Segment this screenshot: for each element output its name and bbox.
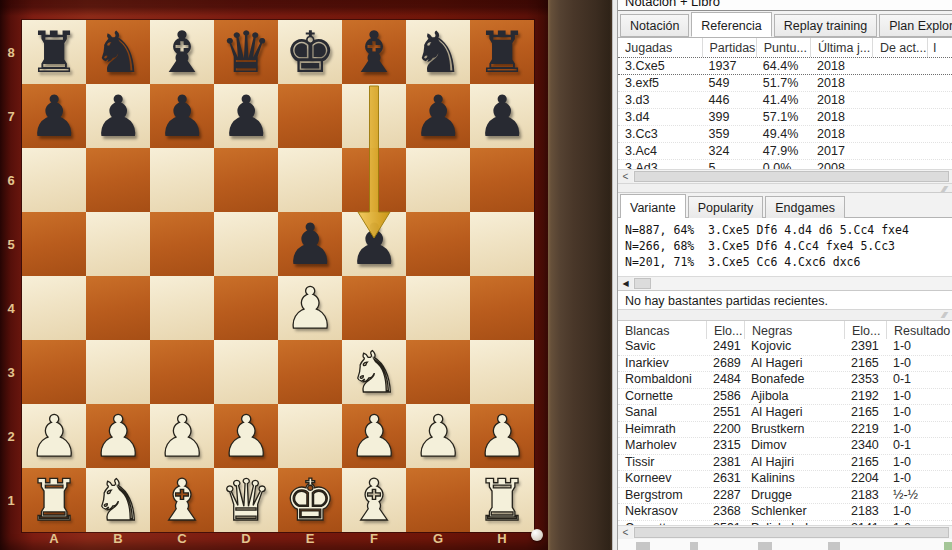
square-h1[interactable]: ♜ xyxy=(470,468,534,532)
score-cell: 41.4% xyxy=(756,92,810,108)
white-elo: 2200 xyxy=(706,422,744,438)
white-elo: 2381 xyxy=(706,455,744,471)
subtab-popularity[interactable]: Popularity xyxy=(688,196,764,218)
square-b1[interactable]: ♞ xyxy=(86,468,150,532)
black-queen[interactable]: ♛ xyxy=(220,20,271,84)
square-h8[interactable]: ♜ xyxy=(470,20,534,84)
black-player: Bonafede xyxy=(744,372,844,388)
result: 1-0 xyxy=(886,471,952,487)
black-elo: 2353 xyxy=(844,372,886,388)
games-table-row[interactable]: Sanal2551Al Hageri21651-0 xyxy=(618,405,952,422)
result: 0-1 xyxy=(886,438,952,454)
reference-panel: Notación + Libro NotaciónReferenciaRepla… xyxy=(618,0,952,550)
column-header[interactable]: Blancas xyxy=(618,321,706,339)
file-label: B xyxy=(86,530,150,550)
side-to-move-indicator xyxy=(531,529,543,541)
square-g8[interactable]: ♞ xyxy=(406,20,470,84)
white-player: Heimrath xyxy=(618,422,706,438)
square-c1[interactable]: ♝ xyxy=(150,468,214,532)
panel-title-text: Notación + Libro xyxy=(625,0,720,9)
recency-cell xyxy=(872,126,927,142)
move-cell: 3.exf5 xyxy=(618,75,702,91)
score-cell: 51.7% xyxy=(756,75,810,91)
move-cell: 3.Ac4 xyxy=(618,143,702,159)
square-c6[interactable] xyxy=(150,148,214,212)
scroll-thumb[interactable] xyxy=(634,171,949,182)
file-label: A xyxy=(22,530,86,550)
white-elo: 2586 xyxy=(706,389,744,405)
white-knight[interactable]: ♞ xyxy=(348,340,399,404)
white-pawn[interactable]: ♟ xyxy=(412,404,463,468)
games-table-row[interactable]: Korneev2631Kalinins22041-0 xyxy=(618,471,952,488)
result: 1-0 xyxy=(886,422,952,438)
square-h6[interactable] xyxy=(470,148,534,212)
square-f1[interactable]: ♝ xyxy=(342,468,406,532)
black-elo: 2165 xyxy=(844,405,886,421)
recency-cell xyxy=(872,75,927,91)
white-pawn[interactable]: ♟ xyxy=(284,276,335,340)
games-cell: 324 xyxy=(702,143,756,159)
white-pawn[interactable]: ♟ xyxy=(220,404,271,468)
black-pawn[interactable]: ♟ xyxy=(28,84,79,148)
move-cell: 3.Cxe5 xyxy=(618,58,702,74)
black-player: Al Hageri xyxy=(744,405,844,421)
moves-table-row[interactable]: 3.d344641.4%2018 xyxy=(618,92,952,109)
square-f4[interactable] xyxy=(342,276,406,340)
moves-table-row[interactable]: 3.Ac432447.9%2017 xyxy=(618,143,952,160)
variation-lines: N=887, 64% 3.Cxe5 Df6 4.d4 d6 5.Cc4 fxe4… xyxy=(618,222,952,270)
extra-cell xyxy=(927,92,952,108)
file-label: D xyxy=(214,530,278,550)
square-d3[interactable] xyxy=(214,340,278,404)
square-a1[interactable]: ♜ xyxy=(22,468,86,532)
black-knight[interactable]: ♞ xyxy=(92,20,143,84)
black-player: Kojovic xyxy=(744,339,844,355)
games-table-row[interactable]: Savic2491Kojovic23911-0 xyxy=(618,339,952,356)
white-pawn[interactable]: ♟ xyxy=(156,404,207,468)
square-e1[interactable]: ♚ xyxy=(278,468,342,532)
score-cell: 49.4% xyxy=(756,126,810,142)
file-labels: ABCDEFGH xyxy=(22,530,534,550)
black-pawn[interactable]: ♟ xyxy=(476,84,527,148)
white-pawn[interactable]: ♟ xyxy=(476,404,527,468)
moves-hscrollbar: < xyxy=(618,169,952,183)
square-d4[interactable] xyxy=(214,276,278,340)
black-elo: 2340 xyxy=(844,438,886,454)
column-header[interactable]: Última j... xyxy=(810,38,872,57)
square-c2[interactable]: ♟ xyxy=(150,404,214,468)
chess-board[interactable]: ♜♞♝♛♚♝♞♜♟♟♟♟♟♟♟♟♟♞♟♟♟♟♟♟♟♜♞♝♛♚♝♜ xyxy=(22,20,534,532)
square-g5[interactable] xyxy=(406,212,470,276)
file-label: F xyxy=(342,530,406,550)
chessbase-window: 87654321 ♜♞♝♛♚♝♞♜♟♟♟♟♟♟♟♟♟♞♟♟♟♟♟♟♟♜♞♝♛♚♝… xyxy=(0,0,952,550)
clipped-toolbar-icon xyxy=(690,542,698,550)
moves-table-body: 3.Cxe5193764.4%20183.exf554951.7%20183.d… xyxy=(618,57,952,177)
square-a5[interactable] xyxy=(22,212,86,276)
square-c8[interactable]: ♝ xyxy=(150,20,214,84)
black-elo: 2391 xyxy=(844,339,886,355)
rank-labels: 87654321 xyxy=(0,20,22,532)
column-header[interactable]: Puntu... xyxy=(756,38,810,57)
white-rook[interactable]: ♜ xyxy=(28,468,79,532)
white-player: Marholev xyxy=(618,438,706,454)
result: 1-0 xyxy=(886,389,952,405)
extra-cell xyxy=(927,58,952,74)
square-h3[interactable] xyxy=(470,340,534,404)
square-d8[interactable]: ♛ xyxy=(214,20,278,84)
square-e5[interactable]: ♟ xyxy=(278,212,342,276)
black-pawn[interactable]: ♟ xyxy=(156,84,207,148)
column-header[interactable]: De act... xyxy=(872,38,927,57)
black-player: Brustkern xyxy=(744,422,844,438)
result: ½-½ xyxy=(886,488,952,504)
rank-label: 7 xyxy=(0,84,22,148)
games-cell: 1937 xyxy=(702,58,756,74)
square-b8[interactable]: ♞ xyxy=(86,20,150,84)
extra-cell xyxy=(927,126,952,142)
black-rook[interactable]: ♜ xyxy=(476,20,527,84)
tab-referencia[interactable]: Referencia xyxy=(691,12,771,37)
board-frame: 87654321 ♜♞♝♛♚♝♞♜♟♟♟♟♟♟♟♟♟♞♟♟♟♟♟♟♟♜♞♝♛♚♝… xyxy=(0,0,548,550)
square-g3[interactable] xyxy=(406,340,470,404)
black-player: Ajibola xyxy=(744,389,844,405)
square-d6[interactable] xyxy=(214,148,278,212)
year-cell: 2018 xyxy=(810,58,872,74)
white-elo: 2315 xyxy=(706,438,744,454)
recency-cell xyxy=(872,92,927,108)
square-f6[interactable] xyxy=(342,148,406,212)
black-pawn[interactable]: ♟ xyxy=(284,212,335,276)
white-elo: 2491 xyxy=(706,339,744,355)
section-divider[interactable]: ⁄⁄⁄⁄⁄⁄⁄ xyxy=(618,309,952,321)
recency-cell xyxy=(872,143,927,159)
score-cell: 57.1% xyxy=(756,109,810,125)
resize-grip-icon: ⁄⁄⁄⁄⁄⁄⁄ xyxy=(942,310,946,320)
white-pawn[interactable]: ♟ xyxy=(348,404,399,468)
square-c3[interactable] xyxy=(150,340,214,404)
black-elo: 2165 xyxy=(844,356,886,372)
white-player: Rombaldoni xyxy=(618,372,706,388)
square-b6[interactable] xyxy=(86,148,150,212)
rank-label: 6 xyxy=(0,148,22,212)
white-player: Cornette xyxy=(618,389,706,405)
file-label: H xyxy=(470,530,534,550)
rank-label: 1 xyxy=(0,468,22,532)
column-header[interactable]: Jugadas xyxy=(618,38,702,57)
white-player: Korneev xyxy=(618,471,706,487)
white-pawn[interactable]: ♟ xyxy=(28,404,79,468)
square-b3[interactable] xyxy=(86,340,150,404)
white-elo: 2368 xyxy=(706,504,744,520)
square-b5[interactable] xyxy=(86,212,150,276)
square-g6[interactable] xyxy=(406,148,470,212)
rank-label: 8 xyxy=(0,20,22,84)
column-header[interactable]: Resultado xyxy=(886,321,952,339)
result: 1-0 xyxy=(886,356,952,372)
year-cell: 2017 xyxy=(810,143,872,159)
extra-cell xyxy=(927,75,952,91)
scroll-left-button[interactable]: < xyxy=(618,526,633,539)
column-header[interactable]: Negras xyxy=(744,321,844,339)
tab-notaci-n[interactable]: Notación xyxy=(620,14,689,37)
white-elo: 2689 xyxy=(706,356,744,372)
score-cell: 47.9% xyxy=(756,143,810,159)
games-table-row[interactable]: Rombaldoni2484Bonafede23530-1 xyxy=(618,372,952,389)
square-a6[interactable] xyxy=(22,148,86,212)
scroll-thumb[interactable] xyxy=(634,527,949,538)
board-side-trim xyxy=(548,0,612,550)
move-cell: 3.d4 xyxy=(618,109,702,125)
extra-cell xyxy=(927,143,952,159)
black-elo: 2192 xyxy=(844,389,886,405)
subtab-variante[interactable]: Variante xyxy=(620,194,686,218)
black-pawn[interactable]: ♟ xyxy=(348,212,399,276)
square-d5[interactable] xyxy=(214,212,278,276)
white-player: Nekrasov xyxy=(618,504,706,520)
black-player: Kalinins xyxy=(744,471,844,487)
games-table-row[interactable]: Bergstrom2287Drugge2183½-½ xyxy=(618,488,952,505)
black-pawn[interactable]: ♟ xyxy=(220,84,271,148)
square-b2[interactable]: ♟ xyxy=(86,404,150,468)
column-header[interactable]: Elo... xyxy=(706,321,744,339)
year-cell: 2018 xyxy=(810,92,872,108)
square-e2[interactable] xyxy=(278,404,342,468)
square-g1[interactable] xyxy=(406,468,470,532)
year-cell: 2018 xyxy=(810,109,872,125)
rank-label: 4 xyxy=(0,276,22,340)
year-cell: 2018 xyxy=(810,126,872,142)
clipped-toolbar-icon xyxy=(636,542,650,550)
result: 1-0 xyxy=(886,405,952,421)
black-player: Al Hageri xyxy=(744,356,844,372)
white-elo: 2484 xyxy=(706,372,744,388)
white-player: Savic xyxy=(618,339,706,355)
square-e3[interactable] xyxy=(278,340,342,404)
games-cell: 359 xyxy=(702,126,756,142)
square-b4[interactable] xyxy=(86,276,150,340)
black-elo: 2183 xyxy=(844,488,886,504)
black-bishop[interactable]: ♝ xyxy=(156,20,207,84)
white-player: Tissir xyxy=(618,455,706,471)
black-bishop[interactable]: ♝ xyxy=(348,20,399,84)
year-cell: 2018 xyxy=(810,75,872,91)
black-player: Schlenker xyxy=(744,504,844,520)
tab-plan-explorer[interactable]: Plan Explorer xyxy=(879,14,952,37)
white-pawn[interactable]: ♟ xyxy=(92,404,143,468)
move-cell: 3.Cc3 xyxy=(618,126,702,142)
black-king[interactable]: ♚ xyxy=(284,20,335,84)
subtab-endgames[interactable]: Endgames xyxy=(765,196,845,218)
square-a3[interactable] xyxy=(22,340,86,404)
main-tab-bar: NotaciónReferenciaReplay trainingPlan Ex… xyxy=(618,11,952,38)
column-header[interactable]: Elo... xyxy=(844,321,886,339)
rank-label: 3 xyxy=(0,340,22,404)
games-cell: 446 xyxy=(702,92,756,108)
panel-title: Notación + Libro xyxy=(618,0,952,11)
square-f8[interactable]: ♝ xyxy=(342,20,406,84)
square-f5[interactable]: ♟ xyxy=(342,212,406,276)
recency-cell xyxy=(872,58,927,74)
square-e4[interactable]: ♟ xyxy=(278,276,342,340)
white-bishop[interactable]: ♝ xyxy=(156,468,207,532)
square-f2[interactable]: ♟ xyxy=(342,404,406,468)
file-label: G xyxy=(406,530,470,550)
white-elo: 2631 xyxy=(706,471,744,487)
square-h5[interactable] xyxy=(470,212,534,276)
games-table-row[interactable]: Inarkiev2689Al Hageri21651-0 xyxy=(618,356,952,373)
black-elo: 2183 xyxy=(844,504,886,520)
square-d1[interactable]: ♛ xyxy=(214,468,278,532)
square-g2[interactable]: ♟ xyxy=(406,404,470,468)
black-elo: 2204 xyxy=(844,471,886,487)
clipped-toolbar xyxy=(618,539,952,550)
games-cell: 549 xyxy=(702,75,756,91)
white-queen[interactable]: ♛ xyxy=(220,468,271,532)
square-f7[interactable] xyxy=(342,84,406,148)
square-a8[interactable]: ♜ xyxy=(22,20,86,84)
black-elo: 2219 xyxy=(844,422,886,438)
white-player: Bergstrom xyxy=(618,488,706,504)
variation-line[interactable]: N=266, 68% 3.Cxe5 Df6 4.Cc4 fxe4 5.Cc3 xyxy=(618,238,952,254)
black-player: Dimov xyxy=(744,438,844,454)
scroll-left-button[interactable]: < xyxy=(618,170,633,183)
white-rook[interactable]: ♜ xyxy=(476,468,527,532)
black-rook[interactable]: ♜ xyxy=(28,20,79,84)
file-label: C xyxy=(150,530,214,550)
column-header[interactable]: I xyxy=(927,38,952,57)
clipped-toolbar-icon xyxy=(944,542,952,550)
square-d2[interactable]: ♟ xyxy=(214,404,278,468)
black-pawn[interactable]: ♟ xyxy=(412,84,463,148)
games-cell: 399 xyxy=(702,109,756,125)
white-knight[interactable]: ♞ xyxy=(92,468,143,532)
square-h4[interactable] xyxy=(470,276,534,340)
square-h7[interactable]: ♟ xyxy=(470,84,534,148)
scroll-thumb[interactable] xyxy=(634,278,651,289)
games-table-row[interactable]: Nekrasov2368Schlenker21831-0 xyxy=(618,504,952,521)
square-a7[interactable]: ♟ xyxy=(22,84,86,148)
black-pawn[interactable]: ♟ xyxy=(92,84,143,148)
rank-label: 5 xyxy=(0,212,22,276)
square-h2[interactable]: ♟ xyxy=(470,404,534,468)
black-player: Drugge xyxy=(744,488,844,504)
variation-line[interactable]: N=201, 71% 3.Cxe5 Cc6 4.Cxc6 dxc6 xyxy=(618,254,952,270)
games-table-row[interactable]: Heimrath2200Brustkern22191-0 xyxy=(618,422,952,439)
square-d7[interactable]: ♟ xyxy=(214,84,278,148)
white-king[interactable]: ♚ xyxy=(284,468,335,532)
scroll-left-button[interactable]: ◀ xyxy=(618,277,633,290)
white-player: Inarkiev xyxy=(618,356,706,372)
tab-replay-training[interactable]: Replay training xyxy=(774,14,877,37)
games-table-row[interactable]: Marholev2315Dimov23400-1 xyxy=(618,438,952,455)
square-f3[interactable]: ♞ xyxy=(342,340,406,404)
variation-line[interactable]: N=887, 64% 3.Cxe5 Df6 4.d4 d6 5.Cc4 fxe4 xyxy=(618,222,952,238)
square-a4[interactable] xyxy=(22,276,86,340)
moves-table-header: JugadasPartidasPuntu...Última j...De act… xyxy=(618,38,952,57)
games-table-body: Savic2491Kojovic23911-0Inarkiev2689Al Ha… xyxy=(618,339,952,537)
square-b7[interactable]: ♟ xyxy=(86,84,150,148)
moves-table-row[interactable]: 3.Cxe5193764.4%2018 xyxy=(618,57,952,75)
variation-tab-bar: VariantePopularityEndgames xyxy=(618,193,952,218)
square-e7[interactable] xyxy=(278,84,342,148)
square-c5[interactable] xyxy=(150,212,214,276)
variation-hscrollbar: ◀ xyxy=(618,276,952,290)
white-elo: 2551 xyxy=(706,405,744,421)
black-knight[interactable]: ♞ xyxy=(412,20,463,84)
square-c4[interactable] xyxy=(150,276,214,340)
result: 0-1 xyxy=(886,372,952,388)
section-divider[interactable]: ⁄⁄⁄⁄⁄⁄⁄ xyxy=(618,183,952,193)
black-player: Al Hajiri xyxy=(744,455,844,471)
moves-table-row[interactable]: 3.d439957.1%2018 xyxy=(618,109,952,126)
extra-cell xyxy=(927,109,952,125)
column-header[interactable]: Partidas xyxy=(702,38,756,57)
white-bishop[interactable]: ♝ xyxy=(348,468,399,532)
games-table-header: BlancasElo...NegrasElo...Resultado xyxy=(618,321,952,339)
white-elo: 2287 xyxy=(706,488,744,504)
square-e6[interactable] xyxy=(278,148,342,212)
games-hscrollbar: < xyxy=(618,525,952,539)
recency-cell xyxy=(872,109,927,125)
file-label: E xyxy=(278,530,342,550)
square-c7[interactable]: ♟ xyxy=(150,84,214,148)
result: 1-0 xyxy=(886,504,952,520)
move-cell: 3.d3 xyxy=(618,92,702,108)
moves-table-row[interactable]: 3.exf554951.7%2018 xyxy=(618,75,952,92)
result: 1-0 xyxy=(886,455,952,471)
square-a2[interactable]: ♟ xyxy=(22,404,86,468)
score-cell: 64.4% xyxy=(756,58,810,74)
moves-table-row[interactable]: 3.Cc335949.4%2018 xyxy=(618,126,952,143)
board-panel: 87654321 ♜♞♝♛♚♝♞♜♟♟♟♟♟♟♟♟♟♞♟♟♟♟♟♟♟♜♞♝♛♚♝… xyxy=(0,0,612,550)
result: 1-0 xyxy=(886,339,952,355)
square-g7[interactable]: ♟ xyxy=(406,84,470,148)
square-e8[interactable]: ♚ xyxy=(278,20,342,84)
black-elo: 2165 xyxy=(844,455,886,471)
games-table-row[interactable]: Tissir2381Al Hajiri21651-0 xyxy=(618,455,952,472)
no-recent-games-text: No hay bastantes partidas recientes. xyxy=(618,290,952,309)
rank-label: 2 xyxy=(0,404,22,468)
clipped-toolbar-icon xyxy=(828,542,840,550)
clipped-toolbar-icon xyxy=(758,542,772,550)
square-g4[interactable] xyxy=(406,276,470,340)
white-player: Sanal xyxy=(618,405,706,421)
games-table-row[interactable]: Cornette2586Ajibola21921-0 xyxy=(618,389,952,406)
